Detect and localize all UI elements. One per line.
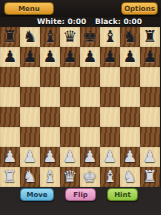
menu-button[interactable]: Menu — [4, 2, 54, 15]
square-h6[interactable] — [140, 67, 160, 87]
square-e4[interactable] — [80, 107, 100, 127]
square-h1[interactable]: ♜ — [140, 167, 160, 187]
hint-button[interactable]: Hint — [107, 188, 138, 201]
piece-black-pawn[interactable]: ♟ — [143, 47, 157, 67]
square-b4[interactable] — [20, 107, 40, 127]
clock-bar: White: 0:00 Black: 0:00 — [0, 16, 161, 27]
square-h7[interactable]: ♟ — [140, 47, 160, 67]
piece-white-rook[interactable]: ♜ — [3, 167, 17, 187]
square-d8[interactable]: ♛ — [60, 27, 80, 47]
piece-black-pawn[interactable]: ♟ — [103, 47, 117, 67]
square-e5[interactable] — [80, 87, 100, 107]
white-clock: White: 0:00 — [37, 17, 86, 26]
square-d7[interactable]: ♟ — [60, 47, 80, 67]
chess-app-window: Menu Options White: 0:00 Black: 0:00 ♜♞♝… — [0, 0, 161, 215]
square-h3[interactable] — [140, 127, 160, 147]
flip-button[interactable]: Flip — [65, 188, 96, 201]
square-g7[interactable]: ♟ — [120, 47, 140, 67]
square-h4[interactable] — [140, 107, 160, 127]
piece-white-pawn[interactable]: ♟ — [103, 147, 117, 167]
piece-white-knight[interactable]: ♞ — [23, 167, 37, 187]
square-e6[interactable] — [80, 67, 100, 87]
square-g2[interactable]: ♟ — [120, 147, 140, 167]
chess-board: ♜♞♝♛♚♝♞♜♟♟♟♟♟♟♟♟♟♟♟♟♟♟♟♟♜♞♝♛♚♝♞♜ — [0, 27, 161, 187]
piece-white-pawn[interactable]: ♟ — [23, 147, 37, 167]
square-f3[interactable] — [100, 127, 120, 147]
move-button[interactable]: Move — [20, 188, 54, 201]
square-g4[interactable] — [120, 107, 140, 127]
square-h5[interactable] — [140, 87, 160, 107]
piece-black-king[interactable]: ♚ — [83, 27, 97, 47]
black-clock: Black: 0:00 — [95, 17, 142, 26]
square-g5[interactable] — [120, 87, 140, 107]
piece-black-pawn[interactable]: ♟ — [83, 47, 97, 67]
square-c5[interactable] — [40, 87, 60, 107]
square-c4[interactable] — [40, 107, 60, 127]
piece-white-bishop[interactable]: ♝ — [103, 167, 117, 187]
square-a6[interactable] — [0, 67, 20, 87]
top-toolbar: Menu Options — [0, 0, 161, 17]
piece-black-rook[interactable]: ♜ — [3, 27, 17, 47]
square-a8[interactable]: ♜ — [0, 27, 20, 47]
square-f5[interactable] — [100, 87, 120, 107]
square-f2[interactable]: ♟ — [100, 147, 120, 167]
square-e2[interactable]: ♟ — [80, 147, 100, 167]
piece-white-pawn[interactable]: ♟ — [63, 147, 77, 167]
piece-white-queen[interactable]: ♛ — [63, 167, 77, 187]
square-e1[interactable]: ♚ — [80, 167, 100, 187]
piece-black-bishop[interactable]: ♝ — [43, 27, 57, 47]
square-e3[interactable] — [80, 127, 100, 147]
piece-white-pawn[interactable]: ♟ — [143, 147, 157, 167]
square-e7[interactable]: ♟ — [80, 47, 100, 67]
square-c7[interactable]: ♟ — [40, 47, 60, 67]
piece-black-queen[interactable]: ♛ — [63, 27, 77, 47]
square-c1[interactable]: ♝ — [40, 167, 60, 187]
piece-white-pawn[interactable]: ♟ — [43, 147, 57, 167]
piece-white-pawn[interactable]: ♟ — [123, 147, 137, 167]
square-a7[interactable]: ♟ — [0, 47, 20, 67]
square-b2[interactable]: ♟ — [20, 147, 40, 167]
square-d1[interactable]: ♛ — [60, 167, 80, 187]
square-c2[interactable]: ♟ — [40, 147, 60, 167]
square-f7[interactable]: ♟ — [100, 47, 120, 67]
square-f8[interactable]: ♝ — [100, 27, 120, 47]
piece-black-pawn[interactable]: ♟ — [23, 47, 37, 67]
square-a1[interactable]: ♜ — [0, 167, 20, 187]
piece-black-bishop[interactable]: ♝ — [103, 27, 117, 47]
square-c6[interactable] — [40, 67, 60, 87]
square-e8[interactable]: ♚ — [80, 27, 100, 47]
square-d3[interactable] — [60, 127, 80, 147]
piece-white-pawn[interactable]: ♟ — [83, 147, 97, 167]
square-c3[interactable] — [40, 127, 60, 147]
piece-white-pawn[interactable]: ♟ — [3, 147, 17, 167]
piece-white-bishop[interactable]: ♝ — [43, 167, 57, 187]
piece-black-knight[interactable]: ♞ — [123, 27, 137, 47]
square-g3[interactable] — [120, 127, 140, 147]
square-d5[interactable] — [60, 87, 80, 107]
piece-white-knight[interactable]: ♞ — [123, 167, 137, 187]
piece-black-knight[interactable]: ♞ — [23, 27, 37, 47]
square-g1[interactable]: ♞ — [120, 167, 140, 187]
square-f1[interactable]: ♝ — [100, 167, 120, 187]
piece-white-rook[interactable]: ♜ — [143, 167, 157, 187]
square-g6[interactable] — [120, 67, 140, 87]
square-a2[interactable]: ♟ — [0, 147, 20, 167]
piece-black-pawn[interactable]: ♟ — [123, 47, 137, 67]
options-button[interactable]: Options — [121, 2, 158, 15]
piece-black-pawn[interactable]: ♟ — [3, 47, 17, 67]
piece-black-pawn[interactable]: ♟ — [63, 47, 77, 67]
square-c8[interactable]: ♝ — [40, 27, 60, 47]
bottom-controls: Move Flip Hint — [0, 187, 161, 202]
square-b3[interactable] — [20, 127, 40, 147]
square-b1[interactable]: ♞ — [20, 167, 40, 187]
square-b7[interactable]: ♟ — [20, 47, 40, 67]
square-h8[interactable]: ♜ — [140, 27, 160, 47]
square-a4[interactable] — [0, 107, 20, 127]
square-d4[interactable] — [60, 107, 80, 127]
square-g8[interactable]: ♞ — [120, 27, 140, 47]
square-b8[interactable]: ♞ — [20, 27, 40, 47]
piece-black-pawn[interactable]: ♟ — [43, 47, 57, 67]
square-b5[interactable] — [20, 87, 40, 107]
square-a5[interactable] — [0, 87, 20, 107]
piece-black-rook[interactable]: ♜ — [143, 27, 157, 47]
piece-white-king[interactable]: ♚ — [83, 167, 97, 187]
square-b6[interactable] — [20, 67, 40, 87]
square-f6[interactable] — [100, 67, 120, 87]
square-h2[interactable]: ♟ — [140, 147, 160, 167]
square-a3[interactable] — [0, 127, 20, 147]
square-d2[interactable]: ♟ — [60, 147, 80, 167]
square-d6[interactable] — [60, 67, 80, 87]
square-f4[interactable] — [100, 107, 120, 127]
